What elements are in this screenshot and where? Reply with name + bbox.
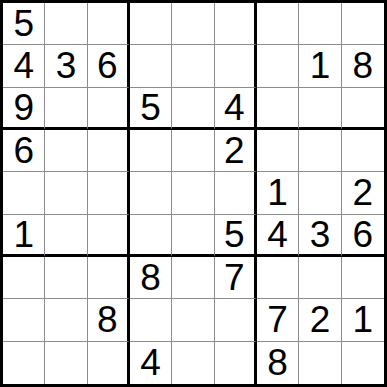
- cell-r5c1[interactable]: [3, 172, 45, 214]
- cell-r4c3[interactable]: [88, 130, 130, 172]
- given-digit: 5: [224, 216, 245, 253]
- given-digit: 4: [140, 344, 161, 381]
- given-digit: 2: [353, 174, 374, 211]
- given-digit: 1: [13, 216, 34, 253]
- cell-r8c4[interactable]: [130, 299, 172, 341]
- cell-r7c6[interactable]: 7: [215, 257, 257, 299]
- cell-r2c9[interactable]: 8: [342, 45, 384, 87]
- given-digit: 2: [310, 301, 331, 338]
- cell-r9c8[interactable]: [299, 342, 341, 384]
- cell-r1c5[interactable]: [172, 3, 214, 45]
- cell-r2c5[interactable]: [172, 45, 214, 87]
- cell-r8c8[interactable]: 2: [299, 299, 341, 341]
- cell-r8c2[interactable]: [45, 299, 87, 341]
- given-digit: 6: [13, 132, 34, 169]
- cell-r6c1[interactable]: 1: [3, 215, 45, 257]
- cell-r2c3[interactable]: 6: [88, 45, 130, 87]
- cell-r9c6[interactable]: [215, 342, 257, 384]
- cell-r9c2[interactable]: [45, 342, 87, 384]
- cell-r5c5[interactable]: [172, 172, 214, 214]
- cell-r9c4[interactable]: 4: [130, 342, 172, 384]
- cell-r3c1[interactable]: 9: [3, 88, 45, 130]
- cell-r7c4[interactable]: 8: [130, 257, 172, 299]
- cell-r5c3[interactable]: [88, 172, 130, 214]
- cell-r1c6[interactable]: [215, 3, 257, 45]
- cell-r4c1[interactable]: 6: [3, 130, 45, 172]
- cell-r4c4[interactable]: [130, 130, 172, 172]
- given-digit: 1: [267, 174, 288, 211]
- cell-r2c4[interactable]: [130, 45, 172, 87]
- cell-r3c6[interactable]: 4: [215, 88, 257, 130]
- cell-r7c2[interactable]: [45, 257, 87, 299]
- cell-r1c2[interactable]: [45, 3, 87, 45]
- given-digit: 5: [13, 5, 34, 42]
- given-digit: 4: [13, 47, 34, 84]
- given-digit: 8: [267, 344, 288, 381]
- given-digit: 6: [97, 47, 118, 84]
- cell-r3c3[interactable]: [88, 88, 130, 130]
- cell-r8c7[interactable]: 7: [257, 299, 299, 341]
- cell-r6c4[interactable]: [130, 215, 172, 257]
- cell-r7c5[interactable]: [172, 257, 214, 299]
- cell-r2c2[interactable]: 3: [45, 45, 87, 87]
- cell-r1c3[interactable]: [88, 3, 130, 45]
- cell-r9c9[interactable]: [342, 342, 384, 384]
- cell-r6c5[interactable]: [172, 215, 214, 257]
- given-digit: 3: [310, 216, 331, 253]
- cell-r4c6[interactable]: 2: [215, 130, 257, 172]
- cell-r2c7[interactable]: [257, 45, 299, 87]
- given-digit: 4: [267, 216, 288, 253]
- cell-r7c7[interactable]: [257, 257, 299, 299]
- cell-r9c5[interactable]: [172, 342, 214, 384]
- cell-r8c6[interactable]: [215, 299, 257, 341]
- cell-r1c7[interactable]: [257, 3, 299, 45]
- given-digit: 1: [353, 301, 374, 338]
- cell-r4c9[interactable]: [342, 130, 384, 172]
- cell-r7c1[interactable]: [3, 257, 45, 299]
- cell-r9c7[interactable]: 8: [257, 342, 299, 384]
- given-digit: 7: [224, 259, 245, 296]
- given-digit: 9: [13, 89, 34, 126]
- cell-r8c9[interactable]: 1: [342, 299, 384, 341]
- cell-r2c1[interactable]: 4: [3, 45, 45, 87]
- given-digit: 8: [97, 301, 118, 338]
- cell-r2c8[interactable]: 1: [299, 45, 341, 87]
- cell-r3c9[interactable]: [342, 88, 384, 130]
- cell-r4c5[interactable]: [172, 130, 214, 172]
- cell-r3c2[interactable]: [45, 88, 87, 130]
- given-digit: 3: [56, 47, 77, 84]
- cell-r6c8[interactable]: 3: [299, 215, 341, 257]
- cell-r6c6[interactable]: 5: [215, 215, 257, 257]
- cell-r5c8[interactable]: [299, 172, 341, 214]
- cell-r2c6[interactable]: [215, 45, 257, 87]
- cell-r5c7[interactable]: 1: [257, 172, 299, 214]
- given-digit: 7: [267, 301, 288, 338]
- cell-r5c6[interactable]: [215, 172, 257, 214]
- cell-r1c4[interactable]: [130, 3, 172, 45]
- cell-r8c1[interactable]: [3, 299, 45, 341]
- cell-r1c1[interactable]: 5: [3, 3, 45, 45]
- cell-r8c5[interactable]: [172, 299, 214, 341]
- cell-r9c1[interactable]: [3, 342, 45, 384]
- cell-r7c8[interactable]: [299, 257, 341, 299]
- cell-r3c4[interactable]: 5: [130, 88, 172, 130]
- cell-r4c7[interactable]: [257, 130, 299, 172]
- cell-r3c8[interactable]: [299, 88, 341, 130]
- cell-r3c5[interactable]: [172, 88, 214, 130]
- cell-r5c4[interactable]: [130, 172, 172, 214]
- given-digit: 2: [224, 132, 245, 169]
- given-digit: 8: [353, 47, 374, 84]
- cell-r5c2[interactable]: [45, 172, 87, 214]
- cell-r6c2[interactable]: [45, 215, 87, 257]
- cell-r6c9[interactable]: 6: [342, 215, 384, 257]
- given-digit: 5: [140, 89, 161, 126]
- cell-r9c3[interactable]: [88, 342, 130, 384]
- cell-r6c7[interactable]: 4: [257, 215, 299, 257]
- cell-r8c3[interactable]: 8: [88, 299, 130, 341]
- cell-r5c9[interactable]: 2: [342, 172, 384, 214]
- cell-r7c9[interactable]: [342, 257, 384, 299]
- given-digit: 1: [310, 47, 331, 84]
- given-digit: 4: [224, 89, 245, 126]
- cell-r6c3[interactable]: [88, 215, 130, 257]
- cell-r3c7[interactable]: [257, 88, 299, 130]
- cell-r4c2[interactable]: [45, 130, 87, 172]
- sudoku-board: 54361895462121543687872148: [0, 0, 387, 387]
- given-digit: 6: [353, 216, 374, 253]
- cell-r4c8[interactable]: [299, 130, 341, 172]
- given-digit: 8: [140, 259, 161, 296]
- cell-r7c3[interactable]: [88, 257, 130, 299]
- cell-r1c9[interactable]: [342, 3, 384, 45]
- cell-r1c8[interactable]: [299, 3, 341, 45]
